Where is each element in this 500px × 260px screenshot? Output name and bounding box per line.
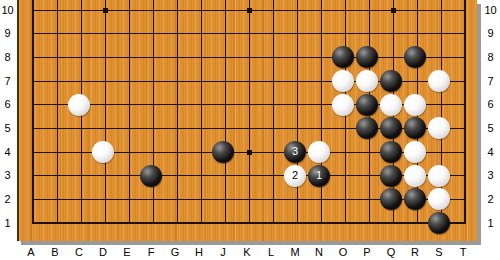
stone-black-q3[interactable] [380,165,402,187]
col-label-M: M [287,246,303,259]
stone-black-q2[interactable] [380,188,402,210]
stone-white-s3[interactable] [428,165,450,187]
row-label-left-5: 5 [0,122,15,135]
col-label-A: A [23,246,39,259]
col-label-P: P [359,246,375,259]
col-label-O: O [335,246,351,259]
row-label-right-6: 6 [481,98,500,111]
row-label-left-1: 1 [0,217,15,230]
move-number-label: 2 [292,170,298,181]
col-label-R: R [407,246,423,259]
stone-black-m4[interactable]: 3 [284,141,306,163]
stone-black-r5[interactable] [404,117,426,139]
col-label-B: B [47,246,63,259]
row-label-right-3: 3 [481,169,500,182]
col-label-E: E [119,246,135,259]
stone-white-c6[interactable] [68,94,90,116]
stone-black-o8[interactable] [332,46,354,68]
move-number-label: 3 [292,146,298,157]
move-number-label: 1 [316,170,322,181]
row-label-right-7: 7 [481,75,500,88]
row-label-left-7: 7 [0,75,15,88]
stone-black-p6[interactable] [356,94,378,116]
row-label-left-9: 9 [0,27,15,40]
stone-white-r3[interactable] [404,165,426,187]
stone-black-p8[interactable] [356,46,378,68]
col-label-C: C [71,246,87,259]
stone-white-s5[interactable] [428,117,450,139]
go-diagram: 321 10987654321 10987654321 ABCDEFGHJKLM… [0,0,500,260]
col-label-N: N [311,246,327,259]
row-label-left-6: 6 [0,98,15,111]
stone-black-r2[interactable] [404,188,426,210]
stone-black-j4[interactable] [212,141,234,163]
row-label-right-1: 1 [481,217,500,230]
row-label-left-10: 10 [0,4,15,17]
col-label-T: T [455,246,471,259]
stone-black-p5[interactable] [356,117,378,139]
stone-white-q6[interactable] [380,94,402,116]
stone-white-r4[interactable] [404,141,426,163]
stone-black-q7[interactable] [380,70,402,92]
stone-white-n4[interactable] [308,141,330,163]
stone-black-n3[interactable]: 1 [308,165,330,187]
stone-grid: 321 [19,0,475,235]
col-label-D: D [95,246,111,259]
stone-black-q5[interactable] [380,117,402,139]
stone-white-o6[interactable] [332,94,354,116]
row-label-right-2: 2 [481,193,500,206]
col-label-J: J [215,246,231,259]
row-label-left-3: 3 [0,169,15,182]
stone-black-r8[interactable] [404,46,426,68]
stone-white-s2[interactable] [428,188,450,210]
row-label-left-4: 4 [0,146,15,159]
col-label-F: F [143,246,159,259]
stone-black-s1[interactable] [428,212,450,234]
col-label-H: H [191,246,207,259]
row-label-right-4: 4 [481,146,500,159]
stone-black-f3[interactable] [140,165,162,187]
stone-white-o7[interactable] [332,70,354,92]
stone-white-s7[interactable] [428,70,450,92]
col-label-Q: Q [383,246,399,259]
stone-white-m3[interactable]: 2 [284,165,306,187]
stone-white-p7[interactable] [356,70,378,92]
go-board[interactable]: 321 [17,0,477,241]
row-label-right-10: 10 [481,4,500,17]
col-label-L: L [263,246,279,259]
col-label-S: S [431,246,447,259]
row-label-right-5: 5 [481,122,500,135]
stone-white-r6[interactable] [404,94,426,116]
row-label-left-2: 2 [0,193,15,206]
col-label-K: K [239,246,255,259]
row-label-right-8: 8 [481,51,500,64]
stone-black-q4[interactable] [380,141,402,163]
row-label-right-9: 9 [481,27,500,40]
col-label-G: G [167,246,183,259]
stone-white-d4[interactable] [92,141,114,163]
row-label-left-8: 8 [0,51,15,64]
